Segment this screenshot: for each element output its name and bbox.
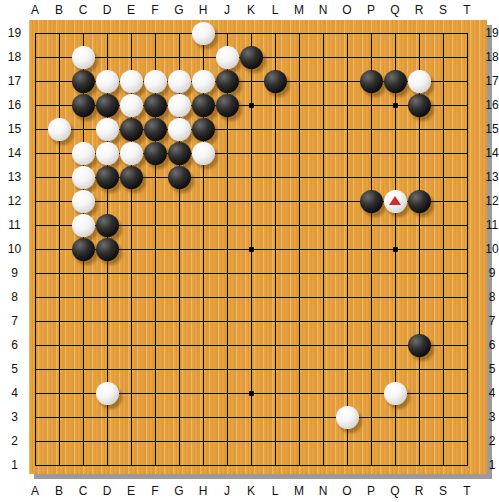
stone-white-C13: [72, 166, 95, 189]
coord-label-top-M: M: [287, 3, 311, 17]
coord-label-bottom-M: M: [287, 484, 311, 498]
stone-black-F14: [144, 142, 167, 165]
star-point-K16: [249, 103, 254, 108]
stone-white-H17: [192, 70, 215, 93]
stone-black-R6: [408, 334, 431, 357]
coord-label-bottom-J: J: [215, 484, 239, 498]
coord-label-right-18: 18: [478, 50, 499, 64]
coord-label-bottom-K: K: [239, 484, 263, 498]
stone-black-G13: [168, 166, 191, 189]
stone-white-B15: [48, 118, 71, 141]
stone-white-D17: [96, 70, 119, 93]
board-grid[interactable]: [35, 33, 468, 466]
coord-label-bottom-T: T: [455, 484, 479, 498]
coord-label-right-13: 13: [478, 170, 499, 184]
coord-label-bottom-S: S: [431, 484, 455, 498]
coord-label-bottom-Q: Q: [383, 484, 407, 498]
stone-black-C10: [72, 238, 95, 261]
stone-black-E15: [120, 118, 143, 141]
coord-label-left-13: 13: [1, 170, 28, 184]
go-viewer: { "game": "go", "board": { "size": 19, "…: [0, 0, 499, 502]
stone-black-P12: [360, 190, 383, 213]
coord-label-left-12: 12: [1, 194, 28, 208]
coord-label-bottom-L: L: [263, 484, 287, 498]
stone-black-L17: [264, 70, 287, 93]
coord-label-left-6: 6: [1, 338, 28, 352]
star-point-K4: [249, 391, 254, 396]
coord-label-top-T: T: [455, 3, 479, 17]
coord-label-bottom-D: D: [95, 484, 119, 498]
coord-label-top-L: L: [263, 3, 287, 17]
coord-label-right-19: 19: [478, 26, 499, 40]
stone-white-Q12: [384, 190, 407, 213]
stone-white-C18: [72, 46, 95, 69]
coord-label-right-2: 2: [478, 434, 499, 448]
stone-white-C14: [72, 142, 95, 165]
stone-white-G16: [168, 94, 191, 117]
coord-label-top-O: O: [335, 3, 359, 17]
coord-label-top-Q: Q: [383, 3, 407, 17]
coord-label-left-10: 10: [1, 242, 28, 256]
coord-label-right-9: 9: [478, 266, 499, 280]
stone-black-C17: [72, 70, 95, 93]
stone-white-Q4: [384, 382, 407, 405]
stone-black-D13: [96, 166, 119, 189]
coord-label-left-7: 7: [1, 314, 28, 328]
stone-black-D16: [96, 94, 119, 117]
coord-label-top-B: B: [47, 3, 71, 17]
coord-label-left-4: 4: [1, 386, 28, 400]
coord-label-bottom-B: B: [47, 484, 71, 498]
stone-black-Q17: [384, 70, 407, 93]
star-point-Q16: [393, 103, 398, 108]
stone-white-D15: [96, 118, 119, 141]
coord-label-left-17: 17: [1, 74, 28, 88]
coord-label-top-N: N: [311, 3, 335, 17]
stone-black-D11: [96, 214, 119, 237]
coord-label-bottom-G: G: [167, 484, 191, 498]
last-move-marker-icon: [389, 196, 401, 205]
coord-label-top-C: C: [71, 3, 95, 17]
coord-label-right-5: 5: [478, 362, 499, 376]
stone-white-C12: [72, 190, 95, 213]
stone-black-E13: [120, 166, 143, 189]
stone-white-D4: [96, 382, 119, 405]
stone-black-F16: [144, 94, 167, 117]
coord-label-left-1: 1: [1, 458, 28, 472]
coord-label-left-15: 15: [1, 122, 28, 136]
coord-label-top-J: J: [215, 3, 239, 17]
go-board: [29, 20, 487, 474]
coord-label-top-S: S: [431, 3, 455, 17]
coord-label-right-4: 4: [478, 386, 499, 400]
stone-white-C11: [72, 214, 95, 237]
coord-label-left-9: 9: [1, 266, 28, 280]
coord-label-top-E: E: [119, 3, 143, 17]
stone-black-H16: [192, 94, 215, 117]
coord-label-left-5: 5: [1, 362, 28, 376]
coord-label-bottom-N: N: [311, 484, 335, 498]
stone-black-H15: [192, 118, 215, 141]
stone-black-K18: [240, 46, 263, 69]
stone-white-E17: [120, 70, 143, 93]
stone-white-G17: [168, 70, 191, 93]
coord-label-bottom-R: R: [407, 484, 431, 498]
coord-label-right-15: 15: [478, 122, 499, 136]
coord-label-right-1: 1: [478, 458, 499, 472]
stone-white-F17: [144, 70, 167, 93]
coord-label-left-2: 2: [1, 434, 28, 448]
coord-label-top-K: K: [239, 3, 263, 17]
coord-label-top-A: A: [23, 3, 47, 17]
star-point-K10: [249, 247, 254, 252]
coord-label-left-19: 19: [1, 26, 28, 40]
coord-label-left-11: 11: [1, 218, 28, 232]
stone-black-C16: [72, 94, 95, 117]
coord-label-bottom-E: E: [119, 484, 143, 498]
coord-label-bottom-A: A: [23, 484, 47, 498]
coord-label-right-16: 16: [478, 98, 499, 112]
coord-label-left-14: 14: [1, 146, 28, 160]
stone-black-J16: [216, 94, 239, 117]
stone-black-R12: [408, 190, 431, 213]
stone-white-E14: [120, 142, 143, 165]
stone-black-P17: [360, 70, 383, 93]
coord-label-left-3: 3: [1, 410, 28, 424]
coord-label-right-17: 17: [478, 74, 499, 88]
coord-label-left-16: 16: [1, 98, 28, 112]
coord-label-top-R: R: [407, 3, 431, 17]
coord-label-top-F: F: [143, 3, 167, 17]
stone-white-D14: [96, 142, 119, 165]
coord-label-top-D: D: [95, 3, 119, 17]
coord-label-right-10: 10: [478, 242, 499, 256]
stone-white-R17: [408, 70, 431, 93]
coord-label-bottom-P: P: [359, 484, 383, 498]
coord-label-right-7: 7: [478, 314, 499, 328]
coord-label-right-3: 3: [478, 410, 499, 424]
stone-black-G14: [168, 142, 191, 165]
stone-black-F15: [144, 118, 167, 141]
stone-white-O3: [336, 406, 359, 429]
coord-label-right-14: 14: [478, 146, 499, 160]
stone-white-E16: [120, 94, 143, 117]
coord-label-bottom-H: H: [191, 484, 215, 498]
star-point-Q10: [393, 247, 398, 252]
stone-black-R16: [408, 94, 431, 117]
stone-black-D10: [96, 238, 119, 261]
stone-white-J18: [216, 46, 239, 69]
coord-label-left-8: 8: [1, 290, 28, 304]
coord-label-bottom-F: F: [143, 484, 167, 498]
coord-label-right-8: 8: [478, 290, 499, 304]
coord-label-right-11: 11: [478, 218, 499, 232]
coord-label-top-G: G: [167, 3, 191, 17]
stone-black-J17: [216, 70, 239, 93]
stone-white-H19: [192, 22, 215, 45]
stone-white-G15: [168, 118, 191, 141]
stone-white-H14: [192, 142, 215, 165]
coord-label-right-12: 12: [478, 194, 499, 208]
coord-label-bottom-C: C: [71, 484, 95, 498]
coord-label-top-H: H: [191, 3, 215, 17]
coord-label-left-18: 18: [1, 50, 28, 64]
coord-label-right-6: 6: [478, 338, 499, 352]
coord-label-top-P: P: [359, 3, 383, 17]
coord-label-bottom-O: O: [335, 484, 359, 498]
